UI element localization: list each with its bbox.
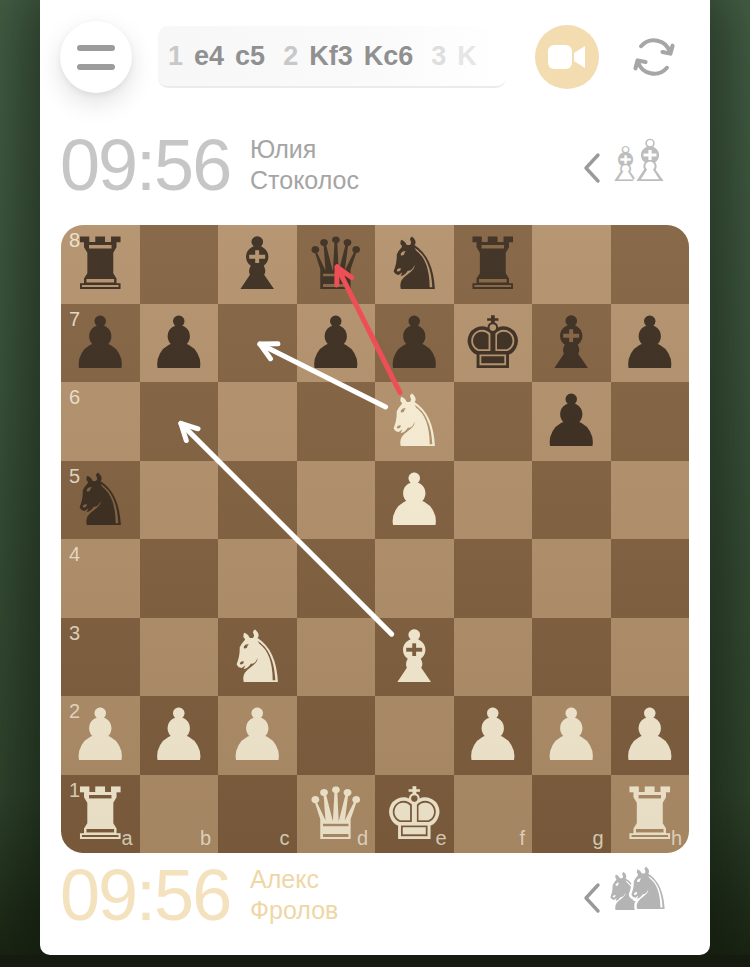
app-card: 1e4c52Kf3Kc63K 09:56 Юлия Стоколос ♗ ♝ ♗ [40,0,710,955]
square-d4[interactable] [297,539,376,618]
hamburger-icon [77,45,115,51]
rank-label: 5 [69,465,80,488]
captured-knight-pair-icon[interactable]: ♞ ♞ ♞ [596,854,726,946]
square-h2[interactable]: ♟︎ [611,696,690,775]
square-f3[interactable] [454,618,533,697]
square-a6[interactable]: 6 [61,382,140,461]
top-player-name: Юлия Стоколос [250,134,359,196]
piece-black-pawn: ♟︎ [532,382,611,461]
square-g2[interactable]: ♟︎ [532,696,611,775]
video-camera-icon [548,43,586,71]
bishop-icon: ♗ [624,132,676,190]
flip-board-button[interactable] [627,30,681,84]
top-player-name-line1: Юлия [250,134,359,165]
rank-label: 1 [69,779,80,802]
video-call-button[interactable] [535,25,599,89]
square-c7[interactable] [218,304,297,383]
square-e7[interactable]: ♟︎ [375,304,454,383]
move-list[interactable]: 1e4c52Kf3Kc63K [158,26,506,88]
piece-black-bishop: ♝︎ [218,225,297,304]
move: Kf3 [309,41,353,72]
hamburger-icon [77,64,115,70]
square-f5[interactable] [454,461,533,540]
file-label: b [200,827,211,850]
square-a3[interactable]: 3 [61,618,140,697]
square-f8[interactable]: ♜︎ [454,225,533,304]
file-label: d [357,827,368,850]
square-d5[interactable] [297,461,376,540]
square-e6[interactable]: ♞︎ [375,382,454,461]
square-h4[interactable] [611,539,690,618]
top-player-name-line2: Стоколос [250,165,359,196]
rank-label: 4 [69,543,80,566]
square-h6[interactable] [611,382,690,461]
rank-label: 3 [69,622,80,645]
square-g8[interactable] [532,225,611,304]
piece-white-knight: ♞︎ [218,618,297,697]
square-d6[interactable] [297,382,376,461]
square-e4[interactable] [375,539,454,618]
rank-label: 2 [69,700,80,723]
square-d8[interactable]: ♛︎ [297,225,376,304]
square-d7[interactable]: ♟︎ [297,304,376,383]
top-player-clock: 09:56 [60,128,230,202]
square-b1[interactable]: b [140,775,219,854]
move: K [457,41,477,72]
square-b7[interactable]: ♟︎ [140,304,219,383]
piece-black-pawn: ♟︎ [375,304,454,383]
square-c4[interactable] [218,539,297,618]
piece-white-pawn: ♟︎ [375,461,454,540]
square-e5[interactable]: ♟︎ [375,461,454,540]
menu-button[interactable] [60,21,132,93]
square-h8[interactable] [611,225,690,304]
piece-black-queen: ♛︎ [297,225,376,304]
square-a1[interactable]: 1a♜︎ [61,775,140,854]
file-label: f [519,827,525,850]
rank-label: 8 [69,229,80,252]
bottom-player-name-line1: Алекс [250,864,338,895]
square-h3[interactable] [611,618,690,697]
piece-black-king: ♚︎ [454,304,533,383]
square-c2[interactable]: ♟︎ [218,696,297,775]
square-a8[interactable]: 8♜︎ [61,225,140,304]
square-g3[interactable] [532,618,611,697]
square-c6[interactable] [218,382,297,461]
square-e3[interactable]: ♝︎ [375,618,454,697]
square-c5[interactable] [218,461,297,540]
piece-black-bishop: ♝︎ [532,304,611,383]
move-number: 3 [431,41,446,72]
square-a5[interactable]: 5♞︎ [61,461,140,540]
file-label: e [435,827,446,850]
square-b6[interactable] [140,382,219,461]
piece-black-rook: ♜︎ [454,225,533,304]
square-g4[interactable] [532,539,611,618]
move: Kc6 [364,41,414,72]
piece-white-bishop: ♝︎ [375,618,454,697]
square-b3[interactable] [140,618,219,697]
piece-white-pawn: ♟︎ [218,696,297,775]
square-a7[interactable]: 7♟︎ [61,304,140,383]
square-f1[interactable]: f [454,775,533,854]
bottom-player-clock: 09:56 [60,858,230,932]
square-c3[interactable]: ♞︎ [218,618,297,697]
piece-black-pawn: ♟︎ [140,304,219,383]
piece-white-pawn: ♟︎ [454,696,533,775]
square-g5[interactable] [532,461,611,540]
square-d1[interactable]: d♛︎ [297,775,376,854]
bottom-shadow-band [0,955,750,967]
square-f7[interactable]: ♚︎ [454,304,533,383]
square-c8[interactable]: ♝︎ [218,225,297,304]
rank-label: 6 [69,386,80,409]
bottom-player-name-line2: Фролов [250,895,338,926]
square-e8[interactable]: ♞︎ [375,225,454,304]
move: c5 [235,41,265,72]
square-c1[interactable]: c [218,775,297,854]
bottom-player-name: Алекс Фролов [250,864,338,926]
file-label: c [280,827,290,850]
square-g7[interactable]: ♝︎ [532,304,611,383]
move-number: 1 [168,41,183,72]
piece-white-pawn: ♟︎ [140,696,219,775]
piece-white-pawn: ♟︎ [611,696,690,775]
rank-label: 7 [69,308,80,331]
knight-icon: ♞ [622,860,674,918]
piece-white-knight: ♞︎ [375,382,454,461]
square-g1[interactable]: g [532,775,611,854]
square-h5[interactable] [611,461,690,540]
piece-black-pawn: ♟︎ [611,304,690,383]
piece-black-pawn: ♟︎ [297,304,376,383]
refresh-icon [627,30,681,84]
chess-board[interactable]: 8♜︎♝︎♛︎♞︎♜︎7♟︎♟︎♟︎♟︎♚︎♝︎♟︎6♞︎♟︎5♞︎♟︎43♞︎… [61,225,689,853]
move: e4 [194,41,224,72]
piece-white-pawn: ♟︎ [532,696,611,775]
square-d2[interactable] [297,696,376,775]
file-label: g [592,827,603,850]
piece-black-knight: ♞︎ [375,225,454,304]
file-label: h [671,827,682,850]
square-d3[interactable] [297,618,376,697]
square-b5[interactable] [140,461,219,540]
square-h7[interactable]: ♟︎ [611,304,690,383]
move-number: 2 [283,41,298,72]
square-b4[interactable] [140,539,219,618]
captured-bishop-pair-icon[interactable]: ♗ ♝ ♗ [596,128,726,220]
square-f2[interactable]: ♟︎ [454,696,533,775]
square-e2[interactable] [375,696,454,775]
square-f4[interactable] [454,539,533,618]
square-f6[interactable] [454,382,533,461]
square-a4[interactable]: 4 [61,539,140,618]
square-e1[interactable]: e♚︎ [375,775,454,854]
square-b2[interactable]: ♟︎ [140,696,219,775]
square-a2[interactable]: 2♟︎ [61,696,140,775]
square-g6[interactable]: ♟︎ [532,382,611,461]
square-b8[interactable] [140,225,219,304]
square-h1[interactable]: h♜︎ [611,775,690,854]
file-label: a [121,827,132,850]
